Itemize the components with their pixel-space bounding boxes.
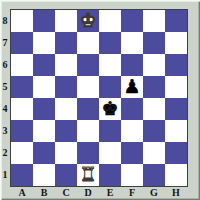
square-a4[interactable] bbox=[11, 98, 33, 120]
square-b5[interactable] bbox=[33, 76, 55, 98]
square-h2[interactable] bbox=[165, 142, 187, 164]
square-c2[interactable] bbox=[55, 142, 77, 164]
rank-label-7: 7 bbox=[0, 32, 10, 54]
square-h4[interactable] bbox=[165, 98, 187, 120]
file-label-C: C bbox=[55, 187, 77, 199]
file-label-F: F bbox=[121, 187, 143, 199]
square-e4[interactable]: ♚ bbox=[99, 98, 121, 120]
square-b3[interactable] bbox=[33, 120, 55, 142]
square-a8[interactable] bbox=[11, 10, 33, 32]
square-e3[interactable] bbox=[99, 120, 121, 142]
square-h6[interactable] bbox=[165, 54, 187, 76]
square-e8[interactable] bbox=[99, 10, 121, 32]
square-d4[interactable] bbox=[77, 98, 99, 120]
rank-labels: 87654321 bbox=[0, 10, 10, 186]
square-c3[interactable] bbox=[55, 120, 77, 142]
file-label-A: A bbox=[11, 187, 33, 199]
square-d3[interactable] bbox=[77, 120, 99, 142]
square-d1[interactable]: ♜ bbox=[77, 164, 99, 186]
square-b6[interactable] bbox=[33, 54, 55, 76]
rank-label-1: 1 bbox=[0, 164, 10, 186]
square-c6[interactable] bbox=[55, 54, 77, 76]
rank-label-2: 2 bbox=[0, 142, 10, 164]
square-f7[interactable] bbox=[121, 32, 143, 54]
square-g1[interactable] bbox=[143, 164, 165, 186]
square-f3[interactable] bbox=[121, 120, 143, 142]
square-f5[interactable]: ♟ bbox=[121, 76, 143, 98]
rank-label-6: 6 bbox=[0, 54, 10, 76]
square-a6[interactable] bbox=[11, 54, 33, 76]
square-b8[interactable] bbox=[33, 10, 55, 32]
file-label-D: D bbox=[77, 187, 99, 199]
square-e6[interactable] bbox=[99, 54, 121, 76]
square-c5[interactable] bbox=[55, 76, 77, 98]
piece-white-king-d8[interactable]: ♚ bbox=[77, 9, 99, 31]
file-label-B: B bbox=[33, 187, 55, 199]
square-g6[interactable] bbox=[143, 54, 165, 76]
square-f1[interactable] bbox=[121, 164, 143, 186]
square-e2[interactable] bbox=[99, 142, 121, 164]
rank-label-8: 8 bbox=[0, 10, 10, 32]
square-c8[interactable] bbox=[55, 10, 77, 32]
square-b1[interactable] bbox=[33, 164, 55, 186]
piece-white-rook-d1[interactable]: ♜ bbox=[77, 163, 99, 185]
square-a1[interactable] bbox=[11, 164, 33, 186]
rank-label-4: 4 bbox=[0, 98, 10, 120]
file-label-E: E bbox=[99, 187, 121, 199]
square-g2[interactable] bbox=[143, 142, 165, 164]
square-d6[interactable] bbox=[77, 54, 99, 76]
square-g4[interactable] bbox=[143, 98, 165, 120]
square-a5[interactable] bbox=[11, 76, 33, 98]
file-label-G: G bbox=[143, 187, 165, 199]
square-g7[interactable] bbox=[143, 32, 165, 54]
square-e5[interactable] bbox=[99, 76, 121, 98]
piece-black-king-e4[interactable]: ♚ bbox=[99, 97, 121, 119]
square-e7[interactable] bbox=[99, 32, 121, 54]
square-a7[interactable] bbox=[11, 32, 33, 54]
square-f6[interactable] bbox=[121, 54, 143, 76]
square-g5[interactable] bbox=[143, 76, 165, 98]
rank-label-3: 3 bbox=[0, 120, 10, 142]
square-b2[interactable] bbox=[33, 142, 55, 164]
square-h7[interactable] bbox=[165, 32, 187, 54]
file-labels: ABCDEFGH bbox=[11, 187, 187, 199]
square-d8[interactable]: ♚ bbox=[77, 10, 99, 32]
piece-black-pawn-f5[interactable]: ♟ bbox=[121, 75, 143, 97]
square-a2[interactable] bbox=[11, 142, 33, 164]
rank-label-5: 5 bbox=[0, 76, 10, 98]
square-g8[interactable] bbox=[143, 10, 165, 32]
square-h5[interactable] bbox=[165, 76, 187, 98]
file-label-H: H bbox=[165, 187, 187, 199]
square-b7[interactable] bbox=[33, 32, 55, 54]
square-h8[interactable] bbox=[165, 10, 187, 32]
square-d7[interactable] bbox=[77, 32, 99, 54]
square-f4[interactable] bbox=[121, 98, 143, 120]
square-a3[interactable] bbox=[11, 120, 33, 142]
square-e1[interactable] bbox=[99, 164, 121, 186]
board-frame: 87654321 ♚♟♚♜ ABCDEFGH bbox=[0, 0, 200, 200]
square-c1[interactable] bbox=[55, 164, 77, 186]
square-c4[interactable] bbox=[55, 98, 77, 120]
square-d5[interactable] bbox=[77, 76, 99, 98]
square-c7[interactable] bbox=[55, 32, 77, 54]
square-h1[interactable] bbox=[165, 164, 187, 186]
square-d2[interactable] bbox=[77, 142, 99, 164]
square-b4[interactable] bbox=[33, 98, 55, 120]
chess-board: ♚♟♚♜ bbox=[10, 9, 188, 187]
square-g3[interactable] bbox=[143, 120, 165, 142]
square-h3[interactable] bbox=[165, 120, 187, 142]
square-f8[interactable] bbox=[121, 10, 143, 32]
square-f2[interactable] bbox=[121, 142, 143, 164]
